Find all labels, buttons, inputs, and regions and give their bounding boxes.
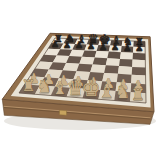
piece-black-pawn-f7: ♟ xyxy=(111,41,120,52)
chess-set-photo: ♜♞♝♛♚♝♞♜♟♟♟♟♟♟♟♟♟♟♟♟♟♟♟♟♜♞♝♛♚♝♞♜ xyxy=(0,0,160,160)
scene-svg: ♜♞♝♛♚♝♞♜♟♟♟♟♟♟♟♟♟♟♟♟♟♟♟♟♜♞♝♛♚♝♞♜ xyxy=(0,0,160,160)
square-d4 xyxy=(77,64,93,72)
square-e6 xyxy=(95,51,109,58)
square-d6 xyxy=(82,50,97,57)
square-e5 xyxy=(93,58,108,66)
piece-black-pawn-b7: ♟ xyxy=(63,39,72,50)
piece-black-pawn-g7: ♟ xyxy=(123,42,132,53)
square-g5 xyxy=(119,59,133,67)
square-f6 xyxy=(107,52,121,59)
piece-white-knight-b1: ♞ xyxy=(36,76,51,96)
square-g4 xyxy=(118,66,132,75)
square-e4 xyxy=(90,65,106,73)
piece-black-pawn-d7: ♟ xyxy=(87,40,96,51)
piece-white-knight-g1: ♞ xyxy=(115,82,130,102)
piece-black-pawn-e7: ♟ xyxy=(99,41,108,52)
piece-white-bishop-f1: ♝ xyxy=(99,80,115,101)
square-h4 xyxy=(132,67,146,76)
square-h5 xyxy=(132,60,145,68)
square-d5 xyxy=(79,57,94,65)
piece-white-rook-a1: ♜ xyxy=(21,76,35,95)
square-f5 xyxy=(106,58,120,66)
piece-black-pawn-h7: ♟ xyxy=(135,42,144,53)
square-f4 xyxy=(104,65,119,74)
brass-latch xyxy=(60,110,67,115)
square-g6 xyxy=(120,52,133,59)
square-h6 xyxy=(133,53,146,60)
piece-white-rook-h1: ♜ xyxy=(131,85,145,104)
piece-black-pawn-c7: ♟ xyxy=(75,39,84,50)
piece-black-pawn-a7: ♟ xyxy=(51,38,60,49)
